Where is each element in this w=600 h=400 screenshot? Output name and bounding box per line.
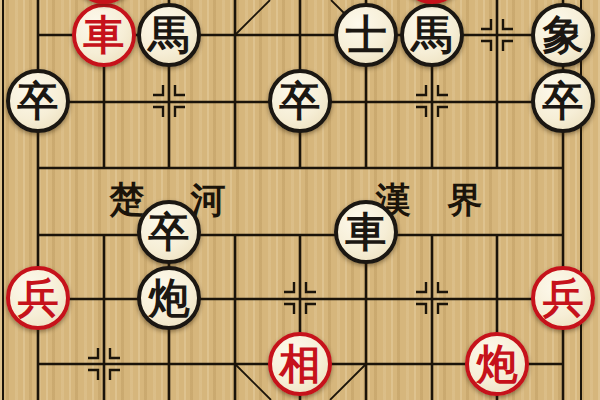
black-elephant[interactable]: 象	[531, 3, 595, 67]
black-horse[interactable]: 馬	[137, 3, 201, 67]
black-horse[interactable]: 馬	[400, 3, 464, 67]
red-chariot[interactable]: 車	[72, 3, 136, 67]
black-soldier[interactable]: 卒	[268, 69, 332, 133]
river-label-jie: 界	[443, 178, 487, 222]
black-soldier[interactable]: 卒	[531, 69, 595, 133]
black-advisor[interactable]: 士	[334, 3, 398, 67]
black-soldier[interactable]: 卒	[6, 69, 70, 133]
red-soldier[interactable]: 兵	[6, 266, 70, 330]
black-chariot[interactable]: 車	[334, 200, 398, 264]
black-cannon[interactable]: 炮	[137, 266, 201, 330]
red-cannon[interactable]: 炮	[465, 332, 529, 396]
xiangqi-board: 楚 河 漢 界 車馬士馬象卒卒卒卒車兵炮兵相炮	[0, 0, 600, 400]
red-soldier[interactable]: 兵	[531, 266, 595, 330]
black-soldier[interactable]: 卒	[137, 200, 201, 264]
red-elephant[interactable]: 相	[268, 332, 332, 396]
